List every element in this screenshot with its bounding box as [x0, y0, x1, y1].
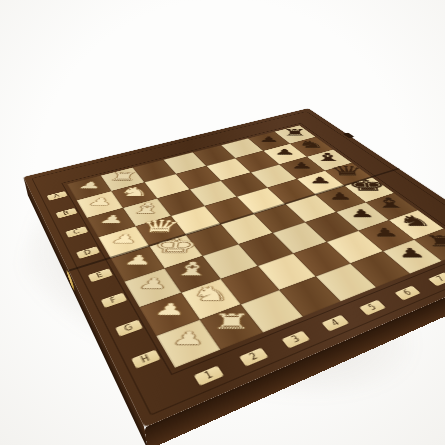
black-bishop[interactable]: ♝	[371, 197, 408, 208]
white-knight[interactable]: ♞	[117, 187, 151, 197]
black-pawn[interactable]: ♟	[370, 228, 400, 237]
square-g8[interactable]: ♞	[389, 210, 444, 240]
hinge-knob	[343, 132, 355, 138]
white-king[interactable]: ♚	[151, 238, 199, 254]
white-rook[interactable]: ♜	[107, 172, 139, 181]
white-bishop[interactable]: ♝	[128, 203, 165, 214]
file-label-c: C	[59, 219, 94, 246]
black-pawn[interactable]: ♟	[258, 137, 279, 143]
black-pawn[interactable]: ♟	[395, 248, 427, 258]
black-queen[interactable]: ♛	[328, 166, 365, 176]
black-rook[interactable]: ♜	[422, 235, 445, 247]
white-pawn[interactable]: ♟	[122, 255, 153, 266]
black-pawn[interactable]: ♟	[348, 210, 376, 219]
square-c8[interactable]: ♝	[307, 149, 352, 170]
black-pawn[interactable]: ♟	[327, 193, 353, 201]
white-pawn[interactable]: ♟	[76, 182, 103, 190]
black-pawn[interactable]: ♟	[273, 149, 296, 155]
black-pawn[interactable]: ♟	[307, 177, 332, 184]
black-knight[interactable]: ♞	[296, 141, 325, 149]
white-pawn[interactable]: ♟	[97, 215, 126, 224]
black-knight[interactable]: ♞	[395, 215, 433, 226]
white-pawn[interactable]: ♟	[152, 304, 186, 317]
white-bishop[interactable]: ♝	[171, 262, 212, 277]
black-rook[interactable]: ♜	[281, 129, 307, 136]
product-photo-scene: ABCDEFGH 12345678 ♜♞♝♛♚♝♞♜♟♟♟♟♟♟♟♟♜♞♝♛♚♝…	[0, 0, 445, 445]
white-pawn[interactable]: ♟	[170, 332, 205, 347]
white-rook[interactable]: ♜	[210, 313, 250, 330]
black-pawn[interactable]: ♟	[290, 162, 314, 169]
white-pawn[interactable]: ♟	[136, 278, 169, 290]
white-pawn[interactable]: ♟	[86, 198, 114, 206]
black-bishop[interactable]: ♝	[312, 153, 344, 162]
white-pawn[interactable]: ♟	[109, 234, 139, 244]
file-label-a: A	[41, 185, 73, 208]
white-knight[interactable]: ♞	[189, 286, 230, 302]
